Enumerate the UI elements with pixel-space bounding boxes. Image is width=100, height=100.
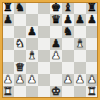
square-h2[interactable]: ♟ [86, 74, 98, 86]
square-g3[interactable] [74, 62, 86, 74]
square-f3[interactable] [62, 62, 74, 74]
square-d6[interactable] [38, 26, 50, 38]
piece-black-pawn: ♟ [3, 14, 13, 26]
board-frame: ♜♞♚♝♜♟♛♟♟♟♟♞♞♟♝♝♟♛♟♟♟♟♟♟♜♚♜ [0, 0, 100, 100]
square-g6[interactable] [74, 26, 86, 38]
square-h5[interactable] [86, 38, 98, 50]
square-c8[interactable] [26, 2, 38, 14]
piece-black-pawn: ♟ [75, 14, 85, 26]
square-d2[interactable] [38, 74, 50, 86]
square-d5[interactable] [38, 38, 50, 50]
piece-white-pawn: ♟ [51, 50, 61, 62]
square-b3[interactable]: ♛ [14, 62, 26, 74]
square-e8[interactable]: ♚ [50, 2, 62, 14]
piece-black-pawn: ♟ [63, 14, 73, 26]
piece-black-rook: ♜ [3, 2, 13, 14]
square-c2[interactable]: ♟ [26, 74, 38, 86]
square-g7[interactable]: ♟ [74, 14, 86, 26]
square-h7[interactable]: ♟ [86, 14, 98, 26]
square-e3[interactable] [50, 62, 62, 74]
piece-white-pawn: ♟ [75, 74, 85, 86]
piece-black-pawn: ♟ [51, 38, 61, 50]
square-b8[interactable]: ♞ [14, 2, 26, 14]
square-b6[interactable] [14, 26, 26, 38]
square-c6[interactable]: ♟ [26, 26, 38, 38]
square-g5[interactable]: ♝ [74, 38, 86, 50]
piece-white-pawn: ♟ [15, 74, 25, 86]
piece-white-rook: ♜ [87, 86, 97, 98]
square-h3[interactable] [86, 62, 98, 74]
square-h8[interactable]: ♜ [86, 2, 98, 14]
piece-white-rook: ♜ [3, 86, 13, 98]
square-a6[interactable] [2, 26, 14, 38]
square-b1[interactable] [14, 86, 26, 98]
square-f5[interactable] [62, 38, 74, 50]
piece-black-bishop: ♝ [63, 2, 73, 14]
piece-black-king: ♚ [51, 2, 61, 14]
square-a2[interactable]: ♟ [2, 74, 14, 86]
piece-black-rook: ♜ [87, 2, 97, 14]
piece-white-knight: ♞ [15, 38, 25, 50]
piece-black-pawn: ♟ [87, 14, 97, 26]
square-f7[interactable]: ♟ [62, 14, 74, 26]
square-d3[interactable] [38, 62, 50, 74]
square-g8[interactable] [74, 2, 86, 14]
square-e1[interactable]: ♚ [50, 86, 62, 98]
square-a4[interactable] [2, 50, 14, 62]
square-f8[interactable]: ♝ [62, 2, 74, 14]
piece-black-knight: ♞ [15, 2, 25, 14]
piece-black-queen: ♛ [51, 14, 61, 26]
square-e2[interactable] [50, 74, 62, 86]
square-d1[interactable] [38, 86, 50, 98]
square-g4[interactable] [74, 50, 86, 62]
piece-white-bishop: ♝ [27, 50, 37, 62]
square-e6[interactable] [50, 26, 62, 38]
square-a1[interactable]: ♜ [2, 86, 14, 98]
square-f1[interactable] [62, 86, 74, 98]
square-c4[interactable]: ♝ [26, 50, 38, 62]
piece-white-pawn: ♟ [63, 74, 73, 86]
piece-white-pawn: ♟ [87, 74, 97, 86]
piece-white-pawn: ♟ [27, 74, 37, 86]
square-a5[interactable] [2, 38, 14, 50]
piece-black-pawn: ♟ [27, 26, 37, 38]
piece-white-bishop: ♝ [75, 38, 85, 50]
square-b7[interactable] [14, 14, 26, 26]
square-c5[interactable] [26, 38, 38, 50]
square-b5[interactable]: ♞ [14, 38, 26, 50]
square-g1[interactable] [74, 86, 86, 98]
square-a7[interactable]: ♟ [2, 14, 14, 26]
square-e5[interactable]: ♟ [50, 38, 62, 50]
piece-white-pawn: ♟ [3, 74, 13, 86]
square-f4[interactable] [62, 50, 74, 62]
square-e7[interactable]: ♛ [50, 14, 62, 26]
square-c7[interactable] [26, 14, 38, 26]
square-d7[interactable] [38, 14, 50, 26]
square-h4[interactable] [86, 50, 98, 62]
square-b2[interactable]: ♟ [14, 74, 26, 86]
square-c1[interactable] [26, 86, 38, 98]
square-f2[interactable]: ♟ [62, 74, 74, 86]
piece-black-knight: ♞ [63, 26, 73, 38]
chess-board: ♜♞♚♝♜♟♛♟♟♟♟♞♞♟♝♝♟♛♟♟♟♟♟♟♜♚♜ [2, 2, 98, 98]
piece-white-queen: ♛ [15, 62, 25, 74]
square-c3[interactable] [26, 62, 38, 74]
piece-white-king: ♚ [51, 86, 61, 98]
square-h6[interactable] [86, 26, 98, 38]
square-h1[interactable]: ♜ [86, 86, 98, 98]
square-a8[interactable]: ♜ [2, 2, 14, 14]
square-d4[interactable] [38, 50, 50, 62]
square-g2[interactable]: ♟ [74, 74, 86, 86]
square-f6[interactable]: ♞ [62, 26, 74, 38]
square-d8[interactable] [38, 2, 50, 14]
square-e4[interactable]: ♟ [50, 50, 62, 62]
square-a3[interactable] [2, 62, 14, 74]
square-b4[interactable] [14, 50, 26, 62]
